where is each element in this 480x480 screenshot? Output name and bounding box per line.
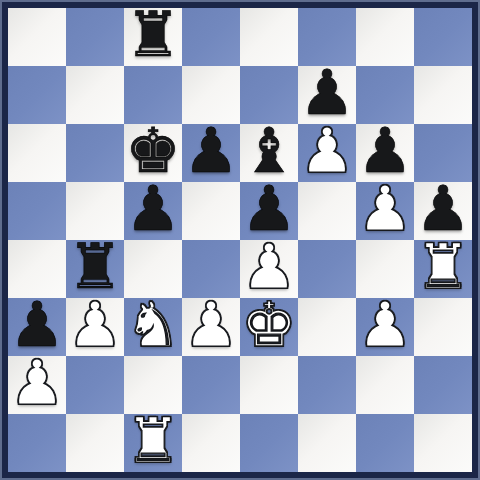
square-b3[interactable]: ♟	[66, 298, 124, 356]
square-b6[interactable]	[66, 124, 124, 182]
square-h8[interactable]	[414, 8, 472, 66]
square-g3[interactable]: ♟	[356, 298, 414, 356]
board-frame: ♜♟♚♟♝♟♟♟♟♟♟♜♟♜♟♟♞♟♚♟♟♜	[0, 0, 480, 480]
square-g5[interactable]: ♟	[356, 182, 414, 240]
square-a6[interactable]	[8, 124, 66, 182]
chess-board: ♜♟♚♟♝♟♟♟♟♟♟♜♟♜♟♟♞♟♚♟♟♜	[8, 8, 472, 472]
piece-white-knight-c3[interactable]: ♞	[125, 296, 181, 354]
square-a5[interactable]	[8, 182, 66, 240]
square-b7[interactable]	[66, 66, 124, 124]
piece-black-pawn-c5[interactable]: ♟	[125, 180, 181, 238]
square-d8[interactable]	[182, 8, 240, 66]
square-f1[interactable]	[298, 414, 356, 472]
square-f3[interactable]	[298, 298, 356, 356]
square-e1[interactable]	[240, 414, 298, 472]
piece-black-rook-c8[interactable]: ♜	[125, 6, 181, 64]
square-d6[interactable]: ♟	[182, 124, 240, 182]
square-c5[interactable]: ♟	[124, 182, 182, 240]
square-a7[interactable]	[8, 66, 66, 124]
square-e2[interactable]	[240, 356, 298, 414]
square-d2[interactable]	[182, 356, 240, 414]
square-b2[interactable]	[66, 356, 124, 414]
square-g8[interactable]	[356, 8, 414, 66]
piece-white-pawn-d3[interactable]: ♟	[183, 296, 239, 354]
square-d3[interactable]: ♟	[182, 298, 240, 356]
piece-white-pawn-a2[interactable]: ♟	[9, 354, 65, 412]
square-c1[interactable]: ♜	[124, 414, 182, 472]
square-h2[interactable]	[414, 356, 472, 414]
board-border: ♜♟♚♟♝♟♟♟♟♟♟♜♟♜♟♟♞♟♚♟♟♜	[2, 2, 478, 478]
square-h4[interactable]: ♜	[414, 240, 472, 298]
square-f2[interactable]	[298, 356, 356, 414]
piece-white-pawn-f6[interactable]: ♟	[299, 122, 355, 180]
square-g1[interactable]	[356, 414, 414, 472]
square-f4[interactable]	[298, 240, 356, 298]
square-b1[interactable]	[66, 414, 124, 472]
piece-white-pawn-g5[interactable]: ♟	[357, 180, 413, 238]
square-g2[interactable]	[356, 356, 414, 414]
square-c3[interactable]: ♞	[124, 298, 182, 356]
square-d1[interactable]	[182, 414, 240, 472]
square-f5[interactable]	[298, 182, 356, 240]
square-a2[interactable]: ♟	[8, 356, 66, 414]
square-h1[interactable]	[414, 414, 472, 472]
square-h3[interactable]	[414, 298, 472, 356]
square-a1[interactable]	[8, 414, 66, 472]
square-h7[interactable]	[414, 66, 472, 124]
piece-white-pawn-b3[interactable]: ♟	[67, 296, 123, 354]
square-f6[interactable]: ♟	[298, 124, 356, 182]
square-e8[interactable]	[240, 8, 298, 66]
piece-white-pawn-g3[interactable]: ♟	[357, 296, 413, 354]
square-d5[interactable]	[182, 182, 240, 240]
square-c8[interactable]: ♜	[124, 8, 182, 66]
piece-white-king-e3[interactable]: ♚	[241, 296, 297, 354]
square-b8[interactable]	[66, 8, 124, 66]
square-a8[interactable]	[8, 8, 66, 66]
square-e3[interactable]: ♚	[240, 298, 298, 356]
piece-white-rook-h4[interactable]: ♜	[415, 238, 471, 296]
piece-white-rook-c1[interactable]: ♜	[125, 412, 181, 470]
piece-black-pawn-d6[interactable]: ♟	[183, 122, 239, 180]
